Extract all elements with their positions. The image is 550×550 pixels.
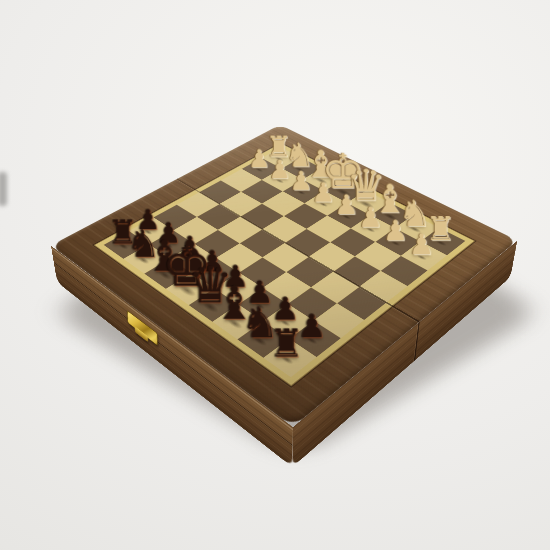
chess-set-photo: ♜♞♝♚♛♝♞♜♟♟♟♟♟♟♟♟♟♟♟♟♟♟♟♟♜♞♝♚♛♝♞♜ xyxy=(0,0,550,550)
white-pawn-d2: ♟ xyxy=(334,192,358,219)
white-pawn-e2: ♟ xyxy=(312,180,336,206)
background-smudge xyxy=(0,172,7,206)
white-pawn-b2: ♟ xyxy=(383,217,408,245)
white-pawn-g2: ♟ xyxy=(268,157,291,182)
white-pawn-a2: ♟ xyxy=(409,231,435,260)
white-pawn-h2: ♟ xyxy=(248,147,270,172)
white-pawn-c2: ♟ xyxy=(358,204,383,231)
box-top: ♜♞♝♚♛♝♞♜♟♟♟♟♟♟♟♟♟♟♟♟♟♟♟♟♜♞♝♚♛♝♞♜ xyxy=(51,125,518,427)
black-rook-a8: ♜ xyxy=(269,324,304,363)
white-pawn-f2: ♟ xyxy=(290,168,313,194)
